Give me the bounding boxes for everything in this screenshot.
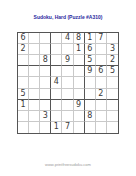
sudoku-cell-empty-r4c2[interactable]: [29, 66, 40, 77]
sudoku-cell-given-r6c8: 2: [96, 89, 107, 100]
sudoku-cell-empty-r6c9[interactable]: [107, 89, 118, 100]
sudoku-cell-given-r3c5: 9: [62, 55, 73, 66]
sudoku-cell-empty-r6c5[interactable]: [62, 89, 73, 100]
sudoku-page: Sudoku, Hard (Puzzle #A310) 648172163895…: [0, 0, 136, 176]
sudoku-cell-given-r3c3: 8: [40, 55, 51, 66]
sudoku-cell-given-r9c5: 7: [62, 122, 73, 133]
sudoku-cell-given-r8c7: 8: [85, 111, 96, 122]
sudoku-cell-empty-r6c4[interactable]: [51, 89, 62, 100]
sudoku-cell-empty-r3c8[interactable]: [96, 55, 107, 66]
sudoku-cell-empty-r5c1[interactable]: [18, 77, 29, 88]
sudoku-cell-given-r7c1: 1: [18, 100, 29, 111]
sudoku-cell-empty-r3c2[interactable]: [29, 55, 40, 66]
sudoku-cell-empty-r1c9[interactable]: [107, 33, 118, 44]
footer-url: www.printfreesudoku.com: [0, 162, 136, 167]
sudoku-cell-empty-r1c4[interactable]: [51, 33, 62, 44]
sudoku-cell-given-r2c9: 3: [107, 44, 118, 55]
sudoku-cell-empty-r8c4[interactable]: [51, 111, 62, 122]
sudoku-cell-empty-r9c7[interactable]: [85, 122, 96, 133]
sudoku-grid: 6481721638952965452193817: [17, 32, 119, 134]
sudoku-cell-empty-r1c3[interactable]: [40, 33, 51, 44]
sudoku-cell-empty-r8c6[interactable]: [74, 111, 85, 122]
sudoku-cell-empty-r9c8[interactable]: [96, 122, 107, 133]
sudoku-cell-empty-r9c1[interactable]: [18, 122, 29, 133]
sudoku-cell-given-r3c7: 5: [85, 55, 96, 66]
sudoku-cell-given-r2c7: 6: [85, 44, 96, 55]
sudoku-cell-given-r4c9: 5: [107, 66, 118, 77]
sudoku-cell-empty-r5c2[interactable]: [29, 77, 40, 88]
sudoku-cell-empty-r4c5[interactable]: [62, 66, 73, 77]
sudoku-cell-empty-r7c4[interactable]: [51, 100, 62, 111]
sudoku-cell-empty-r7c5[interactable]: [62, 100, 73, 111]
sudoku-cell-empty-r9c2[interactable]: [29, 122, 40, 133]
sudoku-cell-empty-r5c7[interactable]: [85, 77, 96, 88]
sudoku-cell-empty-r5c8[interactable]: [96, 77, 107, 88]
sudoku-cell-given-r4c7: 9: [85, 66, 96, 77]
sudoku-cell-empty-r6c3[interactable]: [40, 89, 51, 100]
sudoku-cell-empty-r4c1[interactable]: [18, 66, 29, 77]
sudoku-cell-empty-r9c9[interactable]: [107, 122, 118, 133]
sudoku-cell-empty-r8c9[interactable]: [107, 111, 118, 122]
sudoku-cell-empty-r7c9[interactable]: [107, 100, 118, 111]
sudoku-cell-empty-r7c2[interactable]: [29, 100, 40, 111]
sudoku-cell-empty-r7c8[interactable]: [96, 100, 107, 111]
sudoku-cell-given-r1c1: 6: [18, 33, 29, 44]
sudoku-cell-empty-r5c6[interactable]: [74, 77, 85, 88]
sudoku-cell-empty-r2c3[interactable]: [40, 44, 51, 55]
sudoku-cell-empty-r5c9[interactable]: [107, 77, 118, 88]
sudoku-cell-given-r2c1: 2: [18, 44, 29, 55]
sudoku-cell-empty-r9c6[interactable]: [74, 122, 85, 133]
sudoku-cell-given-r7c6: 9: [74, 100, 85, 111]
sudoku-cell-empty-r8c8[interactable]: [96, 111, 107, 122]
sudoku-cell-empty-r3c4[interactable]: [51, 55, 62, 66]
sudoku-cell-given-r6c1: 5: [18, 89, 29, 100]
sudoku-cell-empty-r2c2[interactable]: [29, 44, 40, 55]
sudoku-cell-given-r3c9: 2: [107, 55, 118, 66]
sudoku-cell-given-r1c5: 4: [62, 33, 73, 44]
sudoku-cell-empty-r7c3[interactable]: [40, 100, 51, 111]
sudoku-cell-given-r9c4: 1: [51, 122, 62, 133]
sudoku-cell-empty-r8c2[interactable]: [29, 111, 40, 122]
sudoku-cell-empty-r6c6[interactable]: [74, 89, 85, 100]
sudoku-cell-given-r1c8: 7: [96, 33, 107, 44]
sudoku-cell-empty-r5c5[interactable]: [62, 77, 73, 88]
sudoku-cell-empty-r2c8[interactable]: [96, 44, 107, 55]
sudoku-cell-empty-r4c3[interactable]: [40, 66, 51, 77]
sudoku-cell-empty-r3c1[interactable]: [18, 55, 29, 66]
sudoku-cell-empty-r8c1[interactable]: [18, 111, 29, 122]
sudoku-cell-empty-r8c5[interactable]: [62, 111, 73, 122]
sudoku-cell-empty-r2c5[interactable]: [62, 44, 73, 55]
sudoku-cell-given-r1c6: 8: [74, 33, 85, 44]
sudoku-cell-empty-r1c2[interactable]: [29, 33, 40, 44]
puzzle-title: Sudoku, Hard (Puzzle #A310): [0, 14, 136, 20]
sudoku-cell-given-r8c3: 3: [40, 111, 51, 122]
sudoku-cell-empty-r4c4[interactable]: [51, 66, 62, 77]
sudoku-cell-given-r1c7: 1: [85, 33, 96, 44]
sudoku-cell-given-r2c6: 1: [74, 44, 85, 55]
sudoku-cell-empty-r6c7[interactable]: [85, 89, 96, 100]
sudoku-cell-empty-r3c6[interactable]: [74, 55, 85, 66]
sudoku-cell-empty-r9c3[interactable]: [40, 122, 51, 133]
sudoku-cell-empty-r6c2[interactable]: [29, 89, 40, 100]
sudoku-cell-empty-r7c7[interactable]: [85, 100, 96, 111]
sudoku-cell-empty-r4c6[interactable]: [74, 66, 85, 77]
sudoku-cell-empty-r2c4[interactable]: [51, 44, 62, 55]
sudoku-cell-given-r4c8: 6: [96, 66, 107, 77]
sudoku-cell-empty-r5c3[interactable]: [40, 77, 51, 88]
sudoku-cell-given-r5c4: 4: [51, 77, 62, 88]
